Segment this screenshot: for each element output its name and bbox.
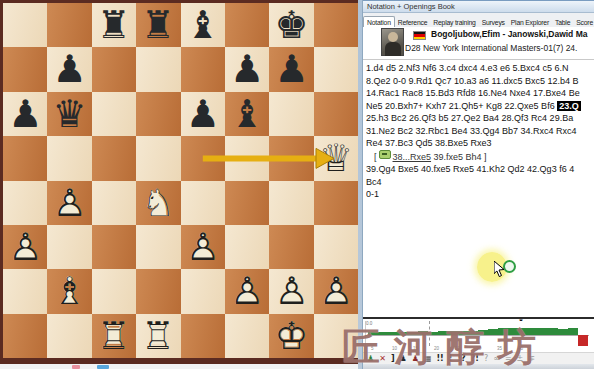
square-f4[interactable] bbox=[225, 181, 269, 225]
black-bishop-piece[interactable]: ♝ bbox=[225, 92, 269, 136]
tab-replay-training[interactable]: Replay training bbox=[430, 17, 478, 27]
white-knight-piece[interactable]: ♞♘ bbox=[136, 181, 180, 225]
collapse-variation-icon[interactable] bbox=[379, 150, 391, 159]
square-a7[interactable] bbox=[3, 47, 47, 91]
square-a6[interactable]: ♟ bbox=[3, 92, 47, 136]
eval-bar[interactable] bbox=[558, 329, 568, 335]
square-c6[interactable] bbox=[92, 92, 136, 136]
square-d7[interactable] bbox=[136, 47, 180, 91]
tab-score-sheet[interactable]: Score sheet bbox=[573, 17, 594, 27]
piece-glyph: ♖ bbox=[92, 314, 136, 358]
black-pawn-piece[interactable]: ♟ bbox=[3, 92, 47, 136]
square-b6[interactable]: ♛ bbox=[47, 92, 91, 136]
black-bishop-piece[interactable]: ♝ bbox=[181, 3, 225, 47]
square-b1[interactable] bbox=[47, 314, 91, 358]
white-pawn-piece[interactable]: ♟♙ bbox=[225, 269, 269, 313]
piece-glyph: ♟ bbox=[47, 47, 91, 91]
event-line: D28 New York International Masters-01(7)… bbox=[405, 43, 577, 53]
piece-glyph: ♝ bbox=[225, 92, 269, 136]
square-e2[interactable] bbox=[181, 269, 225, 313]
eval-bar[interactable] bbox=[568, 328, 578, 335]
square-c7[interactable] bbox=[92, 47, 136, 91]
black-pawn-piece[interactable]: ♟ bbox=[269, 47, 313, 91]
square-b3[interactable] bbox=[47, 225, 91, 269]
square-b7[interactable]: ♟ bbox=[47, 47, 91, 91]
taskbar-icon[interactable] bbox=[72, 365, 80, 369]
tab-notation[interactable]: Notation bbox=[363, 16, 395, 27]
tab-table[interactable]: Table bbox=[552, 17, 573, 27]
header-separator bbox=[363, 59, 594, 60]
game-header: Bogoljubow,Efim - Janowski,Dawid Ma D28 … bbox=[363, 27, 594, 59]
notation-title: Notation + Openings Book bbox=[367, 2, 455, 11]
white-rook-piece[interactable]: ♜♖ bbox=[92, 314, 136, 358]
piece-glyph: ♙ bbox=[181, 225, 225, 269]
piece-glyph: ♛ bbox=[47, 92, 91, 136]
square-h3[interactable] bbox=[314, 225, 358, 269]
piece-glyph: ♙ bbox=[269, 269, 313, 313]
square-a2[interactable] bbox=[3, 269, 47, 313]
piece-glyph: ♕ bbox=[314, 136, 358, 180]
piece-glyph: ♚ bbox=[269, 3, 313, 47]
piece-glyph: ♟ bbox=[269, 47, 313, 91]
variation-line[interactable]: [38...Rxe5 39.fxe5 Bh4 ] bbox=[366, 150, 594, 164]
move-line[interactable]: 1.d4 d5 2.Nf3 Nf6 3.c4 dxc4 4.e3 e6 5.Bx… bbox=[366, 62, 594, 75]
move-line[interactable]: 25.h3 Bc2 26.Qf3 b5 27.Qe2 Ba4 28.Qf3 Rc… bbox=[366, 112, 594, 125]
piece-glyph: ♙ bbox=[225, 269, 269, 313]
square-c4[interactable] bbox=[92, 181, 136, 225]
square-g4[interactable] bbox=[269, 181, 313, 225]
variation-link[interactable]: 38...Rxe5 bbox=[393, 152, 432, 162]
square-d2[interactable] bbox=[136, 269, 180, 313]
square-a8[interactable] bbox=[3, 3, 47, 47]
white-rook-piece[interactable]: ♜♖ bbox=[136, 314, 180, 358]
square-d1[interactable]: ♜♖ bbox=[136, 314, 180, 358]
white-pawn-piece[interactable]: ♟♙ bbox=[47, 181, 91, 225]
square-c5[interactable] bbox=[92, 136, 136, 180]
square-g7[interactable]: ♟ bbox=[269, 47, 313, 91]
moves-list[interactable]: 1.d4 d5 2.Nf3 Nf6 3.c4 dxc4 4.e3 e6 5.Bx… bbox=[366, 62, 594, 201]
white-king-piece[interactable]: ♚♔ bbox=[269, 314, 313, 358]
square-g1[interactable]: ♚♔ bbox=[269, 314, 313, 358]
piece-glyph: ♗ bbox=[47, 269, 91, 313]
tab-bar: NotationReferenceReplay trainingSurveysP… bbox=[363, 13, 594, 28]
german-flag-icon bbox=[413, 31, 426, 40]
piece-glyph: ♟ bbox=[225, 47, 269, 91]
piece-glyph: ♜ bbox=[92, 3, 136, 47]
mouse-cursor-icon bbox=[494, 261, 506, 278]
square-a5[interactable] bbox=[3, 136, 47, 180]
piece-glyph: ♙ bbox=[3, 225, 47, 269]
square-e3[interactable]: ♟♙ bbox=[181, 225, 225, 269]
square-d8[interactable]: ♜ bbox=[136, 3, 180, 47]
tab-plan-explorer[interactable]: Plan Explorer bbox=[508, 17, 552, 27]
piece-glyph: ♙ bbox=[314, 269, 358, 313]
square-f7[interactable]: ♟ bbox=[225, 47, 269, 91]
white-pawn-piece[interactable]: ♟♙ bbox=[3, 225, 47, 269]
square-g2[interactable]: ♟♙ bbox=[269, 269, 313, 313]
square-g8[interactable]: ♚ bbox=[269, 3, 313, 47]
square-h7[interactable] bbox=[314, 47, 358, 91]
white-pawn-piece[interactable]: ♟♙ bbox=[314, 269, 358, 313]
piece-glyph: ♜ bbox=[136, 3, 180, 47]
square-e4[interactable] bbox=[181, 181, 225, 225]
tab-surveys[interactable]: Surveys bbox=[479, 17, 508, 27]
black-pawn-piece[interactable]: ♟ bbox=[181, 92, 225, 136]
square-c8[interactable]: ♜ bbox=[92, 3, 136, 47]
notation-panel: Notation + Openings Book NotationReferen… bbox=[362, 0, 594, 369]
square-b8[interactable] bbox=[47, 3, 91, 47]
square-g5[interactable] bbox=[269, 136, 313, 180]
square-e7[interactable] bbox=[181, 47, 225, 91]
square-b4[interactable]: ♟♙ bbox=[47, 181, 91, 225]
chessbase-window: ♜♜♝♚♟♟♟♟♛♟♝♛♕♟♙♞♘♟♙♟♙♝♗♟♙♟♙♟♙♜♖♜♖♚♔ Nota… bbox=[0, 0, 594, 369]
black-queen-piece[interactable]: ♛ bbox=[47, 92, 91, 136]
move-line[interactable]: Re4 37.Bc3 Qd5 38.Bxe5 Rxe3 bbox=[366, 137, 594, 150]
square-h2[interactable]: ♟♙ bbox=[314, 269, 358, 313]
piece-glyph: ♟ bbox=[3, 92, 47, 136]
square-h5[interactable]: ♛♕ bbox=[314, 136, 358, 180]
square-d4[interactable]: ♞♘ bbox=[136, 181, 180, 225]
square-c2[interactable] bbox=[92, 269, 136, 313]
square-f3[interactable] bbox=[225, 225, 269, 269]
square-e8[interactable]: ♝ bbox=[181, 3, 225, 47]
game-result[interactable]: 0-1 bbox=[366, 188, 594, 201]
piece-glyph: ♘ bbox=[136, 181, 180, 225]
square-h8[interactable] bbox=[314, 3, 358, 47]
square-c3[interactable] bbox=[92, 225, 136, 269]
black-king-piece[interactable]: ♚ bbox=[269, 3, 313, 47]
notation-titlebar[interactable]: Notation + Openings Book bbox=[363, 0, 594, 13]
move-text[interactable]: Ne5 20.Bxh7+ Kxh7 21.Qh5+ Kg8 22.Qxe5 Bf… bbox=[366, 101, 557, 111]
square-d5[interactable] bbox=[136, 136, 180, 180]
square-c1[interactable]: ♜♖ bbox=[92, 314, 136, 358]
black-rook-piece[interactable]: ♜ bbox=[136, 3, 180, 47]
square-e6[interactable]: ♟ bbox=[181, 92, 225, 136]
square-d6[interactable] bbox=[136, 92, 180, 136]
square-f1[interactable] bbox=[225, 314, 269, 358]
square-f6[interactable]: ♝ bbox=[225, 92, 269, 136]
square-f5[interactable] bbox=[225, 136, 269, 180]
white-pawn-piece[interactable]: ♟♙ bbox=[181, 225, 225, 269]
watermark-text: 匠河醇坊 bbox=[342, 322, 550, 369]
eval-bar[interactable] bbox=[578, 335, 588, 346]
chess-board[interactable]: ♜♜♝♚♟♟♟♟♛♟♝♛♕♟♙♞♘♟♙♟♙♝♗♟♙♟♙♟♙♜♖♜♖♚♔ bbox=[3, 3, 358, 358]
players-names: Bogoljubow,Efim - Janowski,Dawid Ma bbox=[431, 29, 587, 39]
piece-glyph: ♙ bbox=[47, 181, 91, 225]
square-g6[interactable] bbox=[269, 92, 313, 136]
square-e5[interactable] bbox=[181, 136, 225, 180]
piece-glyph: ♔ bbox=[269, 314, 313, 358]
variation-bracket: [ bbox=[374, 152, 377, 162]
square-h4[interactable] bbox=[314, 181, 358, 225]
move-line[interactable]: 39.Qg4 Bxe5 40.fxe5 Rxe5 41.Kh2 Qd2 42.Q… bbox=[366, 163, 594, 176]
graph-splitter[interactable] bbox=[363, 317, 594, 319]
taskbar-icon[interactable] bbox=[97, 365, 109, 369]
square-b5[interactable] bbox=[47, 136, 91, 180]
white-queen-piece[interactable]: ♛♕ bbox=[314, 136, 358, 180]
variation-moves[interactable]: 39.fxe5 Bh4 ] bbox=[431, 152, 487, 162]
move-line[interactable]: 14.Rac1 Rac8 15.Bd3 Rfd8 16.Ne4 Nxe4 17.… bbox=[366, 87, 594, 100]
black-rook-piece[interactable]: ♜ bbox=[92, 3, 136, 47]
square-f8[interactable] bbox=[225, 3, 269, 47]
white-bishop-piece[interactable]: ♝♗ bbox=[47, 269, 91, 313]
square-h6[interactable] bbox=[314, 92, 358, 136]
white-pawn-piece[interactable]: ♟♙ bbox=[269, 269, 313, 313]
move-line[interactable]: 8.Qe2 0-0 9.Rd1 Qc7 10.a3 a6 11.dxc5 Bxc… bbox=[366, 75, 594, 88]
move-line[interactable]: 31.Ne2 Bc2 32.Rbc1 Be4 33.Qg4 Bb7 34.Rxc… bbox=[366, 125, 594, 138]
black-pawn-piece[interactable]: ♟ bbox=[47, 47, 91, 91]
piece-glyph: ♖ bbox=[136, 314, 180, 358]
piece-glyph: ♟ bbox=[181, 92, 225, 136]
square-a3[interactable]: ♟♙ bbox=[3, 225, 47, 269]
square-a1[interactable] bbox=[3, 314, 47, 358]
tab-reference[interactable]: Reference bbox=[395, 17, 431, 27]
taskbar-strip bbox=[0, 364, 358, 369]
square-g3[interactable] bbox=[269, 225, 313, 269]
black-pawn-piece[interactable]: ♟ bbox=[225, 47, 269, 91]
square-a4[interactable] bbox=[3, 181, 47, 225]
move-line[interactable]: Ne5 20.Bxh7+ Kxh7 21.Qh5+ Kg8 22.Qxe5 Bf… bbox=[366, 100, 594, 113]
piece-glyph: ♝ bbox=[181, 3, 225, 47]
square-b2[interactable]: ♝♗ bbox=[47, 269, 91, 313]
square-f2[interactable]: ♟♙ bbox=[225, 269, 269, 313]
square-e1[interactable] bbox=[181, 314, 225, 358]
move-line[interactable]: Bc4 bbox=[366, 176, 594, 189]
player-photo bbox=[381, 28, 404, 56]
selected-move[interactable]: 23.Q bbox=[557, 101, 581, 111]
square-d3[interactable] bbox=[136, 225, 180, 269]
